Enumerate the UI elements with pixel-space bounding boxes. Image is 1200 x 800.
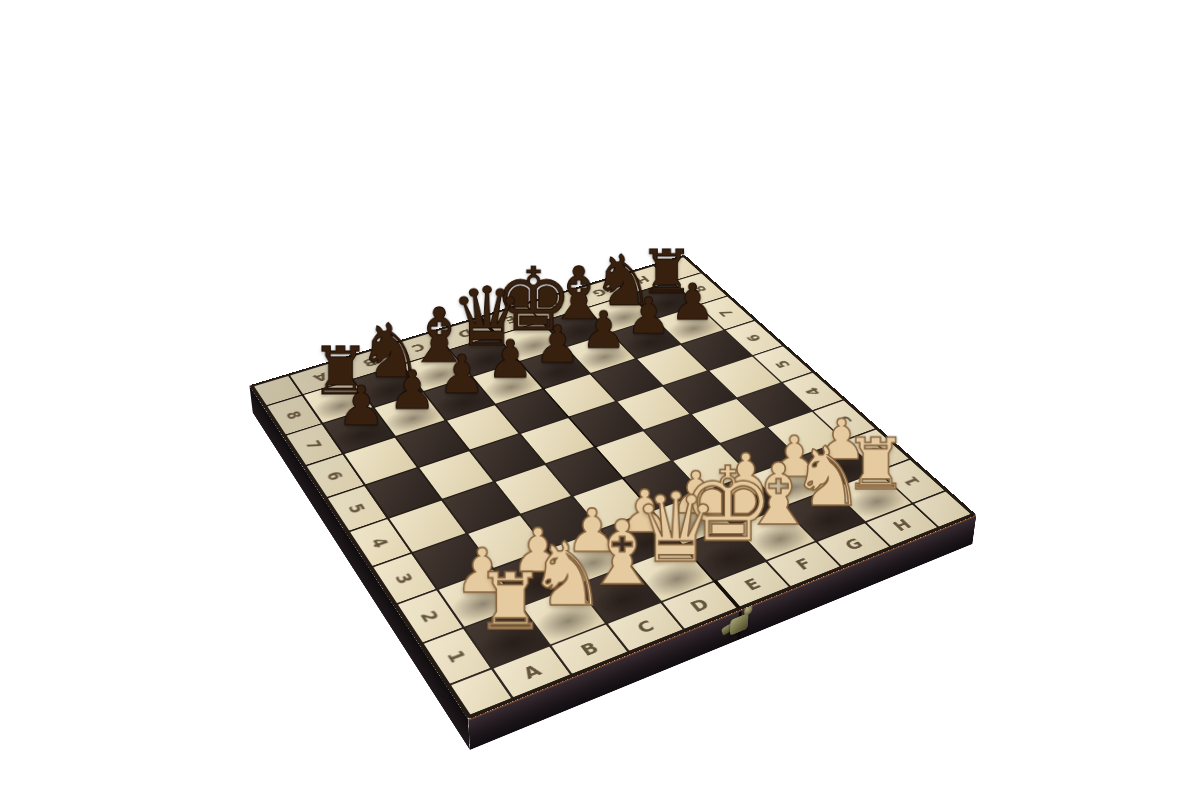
latch-knob [744,604,753,616]
piece-black-pawn[interactable]: ♟ [670,277,715,327]
file-label-front-g-text: G [840,535,866,553]
file-label-front-f-text: F [792,555,816,573]
rank-label-left-7-text: 7 [302,438,326,451]
file-label-front-d-text: D [686,595,713,615]
file-label-front-c-text: C [633,617,658,637]
rank-label-right-4-text: 4 [801,385,824,397]
piece-black-pawn[interactable]: ♟ [534,319,581,371]
piece-black-pawn[interactable]: ♟ [581,305,627,356]
rank-label-left-6-text: 6 [323,469,348,483]
file-label-front-b-text: B [577,638,603,659]
rank-label-left-4-text: 4 [367,535,393,550]
chess-set-photo: ABCDEFGH8♜♞♝♛♚♝♞♜87♟♟♟♟♟♟♟♟7665544332♟♟♟… [0,0,1200,800]
piece-black-pawn[interactable]: ♟ [626,291,671,342]
rank-label-left-1-text: 1 [443,647,471,665]
piece-white-rook[interactable]: ♜ [475,563,545,642]
file-label-front-a-text: A [519,661,545,682]
rank-label-left-8-text: 8 [282,409,306,421]
rank-label-right-5-text: 5 [771,358,794,370]
rank-label-right-7-text: 7 [715,308,737,319]
square-b6[interactable] [396,421,468,466]
piece-black-pawn[interactable]: ♟ [438,348,486,401]
chess-board: ABCDEFGH8♜♞♝♛♚♝♞♜87♟♟♟♟♟♟♟♟7665544332♟♟♟… [249,255,976,719]
latch-plate [730,613,749,636]
piece-black-pawn[interactable]: ♟ [388,363,436,417]
file-label-front-h-text: H [889,516,915,534]
file-label-front-e-text: E [740,575,764,593]
rank-label-left-2-text: 2 [416,608,443,625]
rank-label-left-3-text: 3 [391,570,418,586]
rank-label-left-5-text: 5 [344,501,369,515]
piece-black-pawn[interactable]: ♟ [337,379,386,434]
rank-label-right-6-text: 6 [743,332,765,343]
piece-black-pawn[interactable]: ♟ [487,333,534,386]
